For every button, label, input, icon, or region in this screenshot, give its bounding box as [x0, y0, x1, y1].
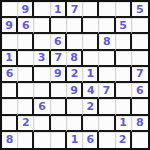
cell-r2c1[interactable]: 9: [2, 18, 18, 34]
cell-r3c8[interactable]: [116, 34, 132, 50]
sudoku-board: 9175965681378692179476622188162: [0, 0, 150, 150]
cell-r5c4[interactable]: 9: [51, 67, 67, 83]
cell-r9c9[interactable]: [132, 132, 148, 148]
cell-r2c4[interactable]: [51, 18, 67, 34]
cell-r3c7[interactable]: 8: [99, 34, 115, 50]
cell-r1c2[interactable]: 9: [18, 2, 34, 18]
cell-r7c9[interactable]: [132, 99, 148, 115]
cell-r4c1[interactable]: 1: [2, 51, 18, 67]
cell-r3c4[interactable]: 6: [51, 34, 67, 50]
cell-r7c1[interactable]: [2, 99, 18, 115]
cell-r1c9[interactable]: 5: [132, 2, 148, 18]
cell-r3c9[interactable]: [132, 34, 148, 50]
cell-r4c2[interactable]: [18, 51, 34, 67]
cell-r3c1[interactable]: [2, 34, 18, 50]
cell-r9c5[interactable]: 1: [67, 132, 83, 148]
cell-r5c5[interactable]: 2: [67, 67, 83, 83]
cell-r1c4[interactable]: 1: [51, 2, 67, 18]
cell-r1c7[interactable]: [99, 2, 115, 18]
cell-r4c8[interactable]: [116, 51, 132, 67]
cell-r5c1[interactable]: 6: [2, 67, 18, 83]
cell-r1c6[interactable]: [83, 2, 99, 18]
cell-r4c9[interactable]: [132, 51, 148, 67]
cell-r4c5[interactable]: 8: [67, 51, 83, 67]
cell-r1c8[interactable]: [116, 2, 132, 18]
cell-r3c3[interactable]: [34, 34, 50, 50]
cell-r7c6[interactable]: 2: [83, 99, 99, 115]
cell-r2c3[interactable]: [34, 18, 50, 34]
cell-r2c7[interactable]: [99, 18, 115, 34]
cell-r9c3[interactable]: [34, 132, 50, 148]
cell-r1c5[interactable]: 7: [67, 2, 83, 18]
cell-r8c2[interactable]: 2: [18, 116, 34, 132]
cell-r3c2[interactable]: [18, 34, 34, 50]
cell-r7c5[interactable]: [67, 99, 83, 115]
cell-r2c5[interactable]: [67, 18, 83, 34]
cell-r8c8[interactable]: 1: [116, 116, 132, 132]
cell-r8c7[interactable]: [99, 116, 115, 132]
cell-r5c6[interactable]: 1: [83, 67, 99, 83]
cell-r5c8[interactable]: [116, 67, 132, 83]
cell-r7c2[interactable]: [18, 99, 34, 115]
cell-r8c9[interactable]: 8: [132, 116, 148, 132]
cell-r6c5[interactable]: 9: [67, 83, 83, 99]
cell-r7c4[interactable]: [51, 99, 67, 115]
cell-r8c6[interactable]: [83, 116, 99, 132]
cell-r4c6[interactable]: [83, 51, 99, 67]
cell-r4c3[interactable]: 3: [34, 51, 50, 67]
cell-r8c1[interactable]: [2, 116, 18, 132]
cell-r7c7[interactable]: [99, 99, 115, 115]
cell-r5c2[interactable]: [18, 67, 34, 83]
cell-r8c4[interactable]: [51, 116, 67, 132]
cell-r6c7[interactable]: 7: [99, 83, 115, 99]
cell-r5c3[interactable]: [34, 67, 50, 83]
cell-r6c8[interactable]: [116, 83, 132, 99]
cell-r6c1[interactable]: [2, 83, 18, 99]
cell-r7c8[interactable]: [116, 99, 132, 115]
cell-r6c9[interactable]: 6: [132, 83, 148, 99]
cell-r6c6[interactable]: 4: [83, 83, 99, 99]
cell-r7c3[interactable]: 6: [34, 99, 50, 115]
cell-r9c7[interactable]: [99, 132, 115, 148]
cell-r6c2[interactable]: [18, 83, 34, 99]
cell-r2c6[interactable]: [83, 18, 99, 34]
cell-r4c7[interactable]: [99, 51, 115, 67]
cell-r8c5[interactable]: [67, 116, 83, 132]
cell-r6c3[interactable]: [34, 83, 50, 99]
cell-r9c6[interactable]: 6: [83, 132, 99, 148]
cell-r1c3[interactable]: [34, 2, 50, 18]
cell-r2c2[interactable]: 6: [18, 18, 34, 34]
cell-r3c6[interactable]: [83, 34, 99, 50]
cell-r2c8[interactable]: 5: [116, 18, 132, 34]
cell-r5c9[interactable]: 7: [132, 67, 148, 83]
cell-r9c4[interactable]: [51, 132, 67, 148]
cell-r6c4[interactable]: [51, 83, 67, 99]
cell-r4c4[interactable]: 7: [51, 51, 67, 67]
cell-r5c7[interactable]: [99, 67, 115, 83]
cell-r8c3[interactable]: [34, 116, 50, 132]
cell-r9c2[interactable]: [18, 132, 34, 148]
cell-r9c1[interactable]: 8: [2, 132, 18, 148]
cell-r3c5[interactable]: [67, 34, 83, 50]
cell-r1c1[interactable]: [2, 2, 18, 18]
cell-r2c9[interactable]: [132, 18, 148, 34]
cell-r9c8[interactable]: 2: [116, 132, 132, 148]
